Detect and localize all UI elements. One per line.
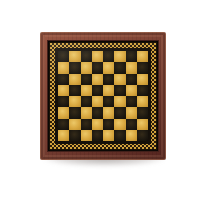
- board-square-r8c5: [103, 130, 114, 141]
- board-square-r5c3: [81, 96, 92, 107]
- board-square-r7c1: [58, 119, 69, 130]
- board-square-r3c8: [137, 74, 148, 85]
- board-square-r6c5: [103, 107, 114, 118]
- board-square-r2c8: [137, 62, 148, 73]
- board-square-r7c4: [92, 119, 103, 130]
- board-square-r8c6: [114, 130, 125, 141]
- board-square-r4c3: [81, 85, 92, 96]
- board-square-r1c7: [126, 51, 137, 62]
- board-square-r3c5: [103, 74, 114, 85]
- board-square-r7c2: [69, 119, 80, 130]
- board-square-r8c1: [58, 130, 69, 141]
- board-square-r8c7: [126, 130, 137, 141]
- board-square-r2c1: [58, 62, 69, 73]
- board-square-r7c6: [114, 119, 125, 130]
- board-square-r6c3: [81, 107, 92, 118]
- board-square-r4c6: [114, 85, 125, 96]
- board-square-r5c7: [126, 96, 137, 107]
- board-square-r5c6: [114, 96, 125, 107]
- board-square-r7c5: [103, 119, 114, 130]
- board-square-r7c8: [137, 119, 148, 130]
- board-square-r2c7: [126, 62, 137, 73]
- board-square-r6c6: [114, 107, 125, 118]
- decorative-mosaic-border: [49, 42, 157, 150]
- board-square-r2c6: [114, 62, 125, 73]
- board-square-r6c7: [126, 107, 137, 118]
- board-square-r5c2: [69, 96, 80, 107]
- board-margin: [55, 48, 151, 144]
- board-square-r3c4: [92, 74, 103, 85]
- board-square-r1c1: [58, 51, 69, 62]
- board-square-r6c1: [58, 107, 69, 118]
- board-square-r5c5: [103, 96, 114, 107]
- board-square-r6c4: [92, 107, 103, 118]
- board-square-r3c1: [58, 74, 69, 85]
- board-square-r5c4: [92, 96, 103, 107]
- board-square-r8c3: [81, 130, 92, 141]
- board-square-r2c3: [81, 62, 92, 73]
- board-square-r2c4: [92, 62, 103, 73]
- board-square-r1c6: [114, 51, 125, 62]
- board-square-r1c4: [92, 51, 103, 62]
- board-square-r2c5: [103, 62, 114, 73]
- board-square-r3c2: [69, 74, 80, 85]
- board-square-r3c7: [126, 74, 137, 85]
- board-square-r7c7: [126, 119, 137, 130]
- board-square-r1c2: [69, 51, 80, 62]
- board-square-r1c5: [103, 51, 114, 62]
- board-square-r4c5: [103, 85, 114, 96]
- board-panel: [47, 40, 159, 152]
- board-square-r1c8: [137, 51, 148, 62]
- product-photo: [0, 0, 200, 200]
- board-square-r4c1: [58, 85, 69, 96]
- board-square-r4c2: [69, 85, 80, 96]
- board-square-r5c8: [137, 96, 148, 107]
- board-square-r6c8: [137, 107, 148, 118]
- board-square-r8c2: [69, 130, 80, 141]
- board-square-r3c6: [114, 74, 125, 85]
- board-square-r7c3: [81, 119, 92, 130]
- board-square-r4c8: [137, 85, 148, 96]
- board-square-r5c1: [58, 96, 69, 107]
- board-square-r8c4: [92, 130, 103, 141]
- board-square-r4c4: [92, 85, 103, 96]
- chess-board: [58, 51, 148, 141]
- board-square-r8c8: [137, 130, 148, 141]
- board-square-r4c7: [126, 85, 137, 96]
- wooden-frame: [40, 32, 166, 160]
- board-square-r3c3: [81, 74, 92, 85]
- board-square-r6c2: [69, 107, 80, 118]
- board-square-r2c2: [69, 62, 80, 73]
- board-square-r1c3: [81, 51, 92, 62]
